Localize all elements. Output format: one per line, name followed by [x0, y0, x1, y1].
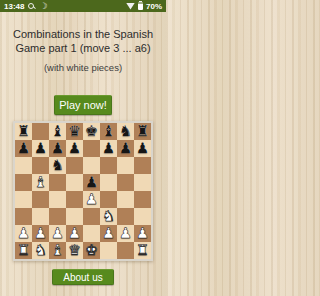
square-a7[interactable]: ♟: [15, 140, 32, 157]
square-a4[interactable]: [15, 191, 32, 208]
piece-black-pawn: ♟: [32, 140, 49, 157]
square-h4[interactable]: [134, 191, 151, 208]
square-c5[interactable]: [49, 174, 66, 191]
search-icon: [28, 3, 35, 10]
square-f5[interactable]: [100, 174, 117, 191]
square-h2[interactable]: ♟: [134, 225, 151, 242]
square-a2[interactable]: ♟: [15, 225, 32, 242]
square-f2[interactable]: ♟: [100, 225, 117, 242]
square-c7[interactable]: ♟: [49, 140, 66, 157]
page-subtitle: (with white pieces): [0, 62, 166, 74]
square-e1[interactable]: ♚: [83, 242, 100, 259]
piece-white-knight: ♞: [100, 208, 117, 225]
piece-black-pawn: ♟: [100, 140, 117, 157]
square-c4[interactable]: [49, 191, 66, 208]
piece-white-queen: ♛: [66, 242, 83, 259]
chess-board-frame: ♜♝♛♚♝♞♜♟♟♟♟♟♟♟♞♝♟♟♞♟♟♟♟♟♟♟♜♞♝♛♚♜: [13, 121, 153, 261]
square-e7[interactable]: [83, 140, 100, 157]
page-title: Combinations in the Spanish Game part 1 …: [0, 27, 166, 55]
clock-time: 13:48: [4, 2, 24, 11]
piece-white-pawn: ♟: [83, 191, 100, 208]
wifi-icon: [126, 3, 135, 10]
piece-black-knight: ♞: [49, 157, 66, 174]
square-f3[interactable]: ♞: [100, 208, 117, 225]
piece-black-bishop: ♝: [49, 123, 66, 140]
square-d3[interactable]: [66, 208, 83, 225]
play-now-button[interactable]: Play now!: [54, 95, 112, 115]
square-e5[interactable]: ♟: [83, 174, 100, 191]
square-b7[interactable]: ♟: [32, 140, 49, 157]
piece-black-pawn: ♟: [83, 174, 100, 191]
square-c3[interactable]: [49, 208, 66, 225]
square-b5[interactable]: ♝: [32, 174, 49, 191]
chess-board: ♜♝♛♚♝♞♜♟♟♟♟♟♟♟♞♝♟♟♞♟♟♟♟♟♟♟♜♞♝♛♚♜: [15, 123, 151, 259]
battery-icon: [138, 2, 143, 10]
piece-white-pawn: ♟: [134, 225, 151, 242]
piece-white-pawn: ♟: [49, 225, 66, 242]
square-h3[interactable]: [134, 208, 151, 225]
square-c6[interactable]: ♞: [49, 157, 66, 174]
square-f4[interactable]: [100, 191, 117, 208]
square-d2[interactable]: ♟: [66, 225, 83, 242]
piece-white-pawn: ♟: [66, 225, 83, 242]
square-b3[interactable]: [32, 208, 49, 225]
square-d4[interactable]: [66, 191, 83, 208]
square-a5[interactable]: [15, 174, 32, 191]
square-h8[interactable]: ♜: [134, 123, 151, 140]
square-g4[interactable]: [117, 191, 134, 208]
square-h1[interactable]: ♜: [134, 242, 151, 259]
piece-black-pawn: ♟: [117, 140, 134, 157]
square-a6[interactable]: [15, 157, 32, 174]
piece-black-king: ♚: [83, 123, 100, 140]
piece-white-pawn: ♟: [100, 225, 117, 242]
square-e4[interactable]: ♟: [83, 191, 100, 208]
square-d1[interactable]: ♛: [66, 242, 83, 259]
piece-black-rook: ♜: [134, 123, 151, 140]
square-d7[interactable]: ♟: [66, 140, 83, 157]
square-h5[interactable]: [134, 174, 151, 191]
square-e8[interactable]: ♚: [83, 123, 100, 140]
piece-white-bishop: ♝: [49, 242, 66, 259]
square-e6[interactable]: [83, 157, 100, 174]
square-c2[interactable]: ♟: [49, 225, 66, 242]
square-g1[interactable]: [117, 242, 134, 259]
square-g8[interactable]: ♞: [117, 123, 134, 140]
square-d6[interactable]: [66, 157, 83, 174]
piece-white-pawn: ♟: [117, 225, 134, 242]
square-c1[interactable]: ♝: [49, 242, 66, 259]
square-b2[interactable]: ♟: [32, 225, 49, 242]
square-b8[interactable]: [32, 123, 49, 140]
square-a1[interactable]: ♜: [15, 242, 32, 259]
piece-black-pawn: ♟: [15, 140, 32, 157]
square-b4[interactable]: [32, 191, 49, 208]
piece-white-rook: ♜: [15, 242, 32, 259]
square-d5[interactable]: [66, 174, 83, 191]
piece-black-rook: ♜: [15, 123, 32, 140]
status-bar: 13:48 ☽ 70%: [0, 0, 166, 12]
piece-black-bishop: ♝: [100, 123, 117, 140]
square-b6[interactable]: [32, 157, 49, 174]
square-e2[interactable]: [83, 225, 100, 242]
piece-white-rook: ♜: [134, 242, 151, 259]
square-a3[interactable]: [15, 208, 32, 225]
square-f1[interactable]: [100, 242, 117, 259]
piece-white-bishop: ♝: [32, 174, 49, 191]
square-g5[interactable]: [117, 174, 134, 191]
piece-white-knight: ♞: [32, 242, 49, 259]
piece-black-pawn: ♟: [134, 140, 151, 157]
square-g7[interactable]: ♟: [117, 140, 134, 157]
square-f6[interactable]: [100, 157, 117, 174]
square-f8[interactable]: ♝: [100, 123, 117, 140]
square-h7[interactable]: ♟: [134, 140, 151, 157]
square-g6[interactable]: [117, 157, 134, 174]
piece-white-king: ♚: [83, 242, 100, 259]
square-h6[interactable]: [134, 157, 151, 174]
about-us-button[interactable]: About us: [52, 269, 114, 285]
square-b1[interactable]: ♞: [32, 242, 49, 259]
square-c8[interactable]: ♝: [49, 123, 66, 140]
piece-white-pawn: ♟: [32, 225, 49, 242]
square-e3[interactable]: [83, 208, 100, 225]
piece-black-queen: ♛: [66, 123, 83, 140]
square-d8[interactable]: ♛: [66, 123, 83, 140]
battery-percent: 70%: [146, 2, 162, 11]
square-f7[interactable]: ♟: [100, 140, 117, 157]
square-a8[interactable]: ♜: [15, 123, 32, 140]
piece-black-knight: ♞: [117, 123, 134, 140]
square-g3[interactable]: [117, 208, 134, 225]
piece-black-pawn: ♟: [49, 140, 66, 157]
square-g2[interactable]: ♟: [117, 225, 134, 242]
moon-icon: ☽: [39, 2, 47, 11]
status-bar-left: 13:48 ☽: [4, 2, 48, 11]
piece-white-pawn: ♟: [15, 225, 32, 242]
piece-black-pawn: ♟: [66, 140, 83, 157]
status-bar-right: 70%: [126, 2, 162, 11]
